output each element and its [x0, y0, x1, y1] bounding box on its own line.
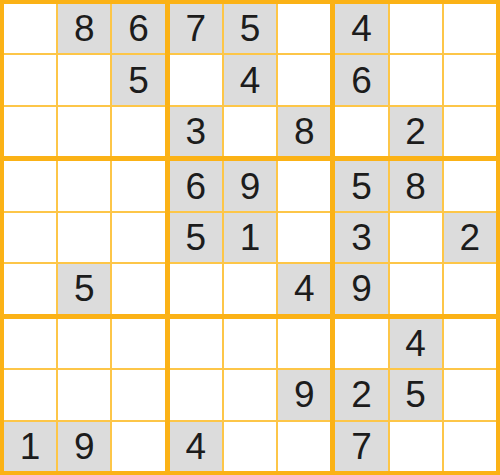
- cell-r2c2[interactable]: [58, 55, 110, 104]
- sudoku-board: 865754384625695145832919944257: [0, 0, 500, 475]
- cell-r3c6: 8: [278, 107, 330, 156]
- cell-r9c6[interactable]: [278, 422, 330, 471]
- cell-r4c8: 8: [390, 161, 442, 210]
- box-7: 19: [4, 319, 165, 471]
- cell-r7c7[interactable]: [335, 319, 387, 368]
- cell-r2c6[interactable]: [278, 55, 330, 104]
- cell-r8c6: 9: [278, 370, 330, 419]
- cell-r2c7: 6: [335, 55, 387, 104]
- cell-r6c4[interactable]: [170, 264, 222, 313]
- cell-r6c3[interactable]: [112, 264, 164, 313]
- cell-r5c5: 1: [224, 213, 276, 262]
- cell-r7c4[interactable]: [170, 319, 222, 368]
- cell-r5c9: 2: [444, 213, 496, 262]
- box-2: 75438: [170, 4, 331, 156]
- cell-r6c1[interactable]: [4, 264, 56, 313]
- cell-r6c6: 4: [278, 264, 330, 313]
- cell-r7c1[interactable]: [4, 319, 56, 368]
- cell-r3c4: 3: [170, 107, 222, 156]
- cell-r7c3[interactable]: [112, 319, 164, 368]
- cell-r3c2[interactable]: [58, 107, 110, 156]
- cell-r2c8[interactable]: [390, 55, 442, 104]
- cell-r4c4: 6: [170, 161, 222, 210]
- cell-r8c3[interactable]: [112, 370, 164, 419]
- cell-r6c2: 5: [58, 264, 110, 313]
- cell-r5c7: 3: [335, 213, 387, 262]
- cell-r4c1[interactable]: [4, 161, 56, 210]
- cell-r9c4: 4: [170, 422, 222, 471]
- cell-r8c9[interactable]: [444, 370, 496, 419]
- cell-r1c3: 6: [112, 4, 164, 53]
- cell-r2c4[interactable]: [170, 55, 222, 104]
- cell-r9c3[interactable]: [112, 422, 164, 471]
- cell-r9c9[interactable]: [444, 422, 496, 471]
- cell-r5c4: 5: [170, 213, 222, 262]
- box-6: 58329: [335, 161, 496, 313]
- cell-r1c1[interactable]: [4, 4, 56, 53]
- cell-r8c2[interactable]: [58, 370, 110, 419]
- box-3: 462: [335, 4, 496, 156]
- cell-r7c9[interactable]: [444, 319, 496, 368]
- cell-r9c2: 9: [58, 422, 110, 471]
- cell-r1c2: 8: [58, 4, 110, 53]
- box-5: 69514: [170, 161, 331, 313]
- cell-r8c5[interactable]: [224, 370, 276, 419]
- cell-r6c9[interactable]: [444, 264, 496, 313]
- cell-r1c6[interactable]: [278, 4, 330, 53]
- box-9: 4257: [335, 319, 496, 471]
- box-1: 865: [4, 4, 165, 156]
- box-4: 5: [4, 161, 165, 313]
- cell-r4c2[interactable]: [58, 161, 110, 210]
- cell-r7c2[interactable]: [58, 319, 110, 368]
- cell-r4c7: 5: [335, 161, 387, 210]
- cell-r3c8: 2: [390, 107, 442, 156]
- cell-r4c3[interactable]: [112, 161, 164, 210]
- cell-r1c7: 4: [335, 4, 387, 53]
- cell-r9c7: 7: [335, 422, 387, 471]
- cell-r2c3: 5: [112, 55, 164, 104]
- cell-r7c6[interactable]: [278, 319, 330, 368]
- cell-r4c9[interactable]: [444, 161, 496, 210]
- cell-r9c5[interactable]: [224, 422, 276, 471]
- box-8: 94: [170, 319, 331, 471]
- cell-r1c8[interactable]: [390, 4, 442, 53]
- cell-r3c9[interactable]: [444, 107, 496, 156]
- cell-r5c3[interactable]: [112, 213, 164, 262]
- cell-r8c7: 2: [335, 370, 387, 419]
- cell-r4c6[interactable]: [278, 161, 330, 210]
- cell-r9c8[interactable]: [390, 422, 442, 471]
- cell-r4c5: 9: [224, 161, 276, 210]
- cell-r5c2[interactable]: [58, 213, 110, 262]
- cell-r1c4: 7: [170, 4, 222, 53]
- cell-r5c8[interactable]: [390, 213, 442, 262]
- cell-r7c8: 4: [390, 319, 442, 368]
- cell-r3c7[interactable]: [335, 107, 387, 156]
- cell-r6c7: 9: [335, 264, 387, 313]
- cell-r3c5[interactable]: [224, 107, 276, 156]
- cell-r5c1[interactable]: [4, 213, 56, 262]
- cell-r9c1: 1: [4, 422, 56, 471]
- cell-r6c5[interactable]: [224, 264, 276, 313]
- cell-r7c5[interactable]: [224, 319, 276, 368]
- cell-r8c4[interactable]: [170, 370, 222, 419]
- cell-r5c6[interactable]: [278, 213, 330, 262]
- cell-r8c1[interactable]: [4, 370, 56, 419]
- cell-r1c5: 5: [224, 4, 276, 53]
- cell-r2c5: 4: [224, 55, 276, 104]
- cell-r3c1[interactable]: [4, 107, 56, 156]
- cell-r8c8: 5: [390, 370, 442, 419]
- cell-r2c9[interactable]: [444, 55, 496, 104]
- cell-r2c1[interactable]: [4, 55, 56, 104]
- cell-r1c9[interactable]: [444, 4, 496, 53]
- cell-r3c3[interactable]: [112, 107, 164, 156]
- cell-r6c8[interactable]: [390, 264, 442, 313]
